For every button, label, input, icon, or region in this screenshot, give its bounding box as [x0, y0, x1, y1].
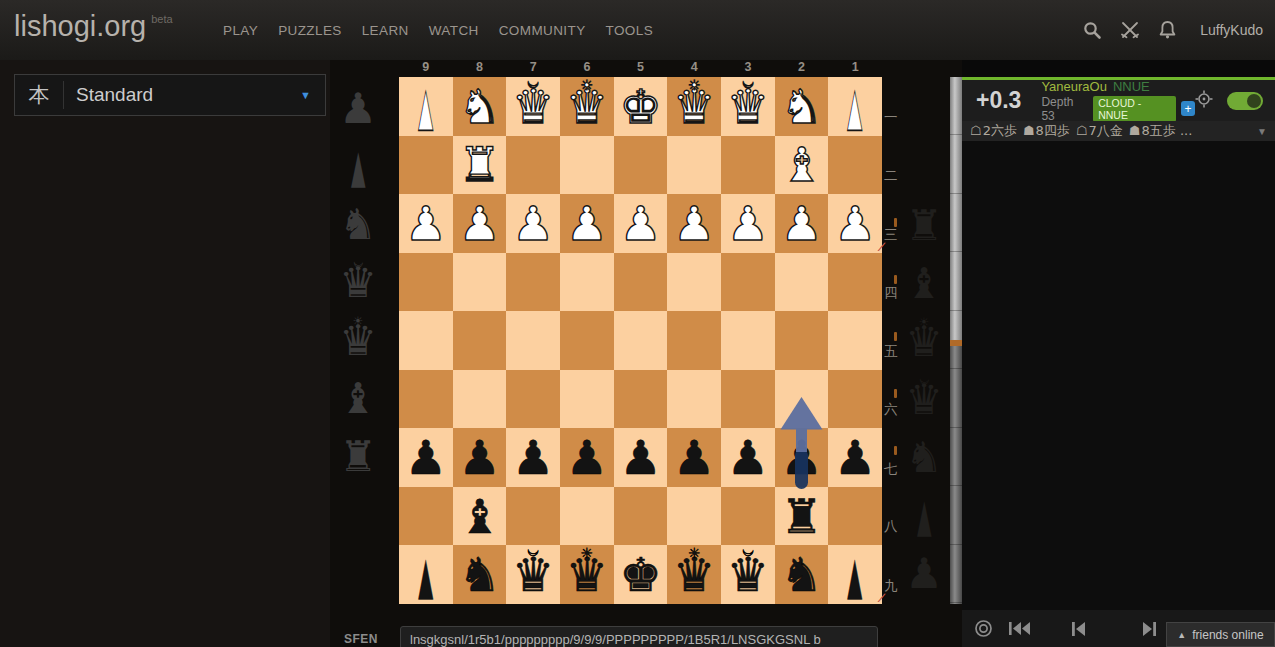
- square-5五[interactable]: [614, 311, 668, 370]
- rank-label: 六: [884, 370, 900, 429]
- square-1二[interactable]: [828, 136, 882, 195]
- square-5七[interactable]: ♟: [614, 428, 668, 487]
- piece-silver[interactable]: ♛☽: [721, 77, 775, 136]
- square-1三[interactable]: ♟∕∕: [828, 194, 882, 253]
- piece-king[interactable]: ♚: [614, 545, 668, 604]
- hand-slot-bishop[interactable]: ♝: [897, 255, 951, 313]
- square-8九[interactable]: ♞: [453, 545, 507, 604]
- hand-piece-mark: ☽: [917, 374, 932, 386]
- square-4七[interactable]: ♟: [667, 428, 721, 487]
- square-2一[interactable]: ♞: [775, 77, 829, 136]
- add-engine-button[interactable]: +: [1181, 101, 1195, 116]
- eval-gauge-ticks: [950, 77, 962, 604]
- sfen-label: SFEN: [344, 632, 378, 646]
- gold-sun-mark: ☀: [581, 546, 594, 560]
- friends-online-label: friends online: [1192, 628, 1263, 642]
- main-nav: PLAYPUZZLESLEARNWATCHCOMMUNITYTOOLS: [223, 0, 653, 60]
- piece-pawn[interactable]: ♟: [775, 428, 829, 487]
- square-2六[interactable]: [775, 370, 829, 429]
- hand-slot-gold[interactable]: ♛☀: [897, 313, 951, 371]
- piece-pawn[interactable]: ♟: [453, 428, 507, 487]
- file-label: 8: [453, 60, 507, 77]
- square-6四[interactable]: [560, 253, 614, 312]
- file-label: 7: [506, 60, 560, 77]
- engine-name: YaneuraOu: [1041, 79, 1107, 94]
- square-4八[interactable]: [667, 487, 721, 546]
- piece-gold[interactable]: ♛☀: [667, 77, 721, 136]
- square-1九[interactable]: ▲∕∕: [828, 545, 882, 604]
- hand-piece-mark: ☽: [351, 257, 366, 269]
- chevron-down-icon: ▼: [300, 89, 311, 101]
- square-2九[interactable]: ♞: [775, 545, 829, 604]
- piece-gold[interactable]: ♛☀: [560, 77, 614, 136]
- square-5八[interactable]: [614, 487, 668, 546]
- gold-sun-mark: ☀: [688, 546, 701, 560]
- nav-right: LuffyKudo: [1082, 0, 1263, 60]
- square-5二[interactable]: [614, 136, 668, 195]
- hand-slot-gold[interactable]: ♛☀: [331, 312, 385, 370]
- hand-slot-knight[interactable]: ♞: [897, 429, 951, 487]
- piece-pawn[interactable]: ♟: [828, 194, 882, 253]
- square-6七[interactable]: ♟: [560, 428, 614, 487]
- nav-link-tools[interactable]: TOOLS: [606, 23, 654, 38]
- square-3一[interactable]: ♛☽: [721, 77, 775, 136]
- piece-pawn[interactable]: ♟: [721, 194, 775, 253]
- engine-header: +0.3 YaneuraOuNNUE Depth 53 CLOUD - NNUE…: [962, 77, 1275, 121]
- focus-icon[interactable]: [1195, 90, 1213, 112]
- square-4二[interactable]: [667, 136, 721, 195]
- square-6三[interactable]: ♟: [560, 194, 614, 253]
- square-5三[interactable]: ♟: [614, 194, 668, 253]
- square-2四[interactable]: [775, 253, 829, 312]
- square-6五[interactable]: [560, 311, 614, 370]
- site-logo[interactable]: lishogi.orgbeta: [14, 10, 173, 43]
- nav-link-community[interactable]: COMMUNITY: [499, 23, 586, 38]
- square-6二[interactable]: [560, 136, 614, 195]
- silver-moon-mark: ☽: [526, 545, 541, 559]
- square-1五[interactable]: [828, 311, 882, 370]
- beta-tag: beta: [151, 13, 172, 25]
- page: lishogi.orgbeta PLAYPUZZLESLEARNWATCHCOM…: [0, 0, 1275, 647]
- piece-pawn[interactable]: ♟: [560, 194, 614, 253]
- sfen-input[interactable]: [400, 626, 878, 647]
- divider: [63, 81, 64, 109]
- engine-info: YaneuraOuNNUE Depth 53 CLOUD - NNUE +: [1041, 79, 1195, 123]
- square-9九[interactable]: ▲: [399, 545, 453, 604]
- shogi-board: ▲♞♛☽♛☀♚♛☀♛☽♞▲♜♝♟♟♟♟♟♟♟♟♟∕∕♟♟♟♟♟♟♟♟♟♝♜▲♞♛…: [399, 77, 882, 604]
- square-1八[interactable]: [828, 487, 882, 546]
- square-5四[interactable]: [614, 253, 668, 312]
- eval-gauge: [950, 77, 962, 604]
- silver-moon-mark: ☽: [740, 545, 755, 559]
- square-6六[interactable]: [560, 370, 614, 429]
- nav-link-puzzles[interactable]: PUZZLES: [278, 23, 342, 38]
- engine-tech: NNUE: [1113, 79, 1150, 94]
- crossed-swords-icon[interactable]: [1119, 19, 1141, 41]
- gold-sun-mark: ☀: [688, 78, 701, 92]
- square-3七[interactable]: ♟: [721, 428, 775, 487]
- gote-hand-tray: ♟▲♞♛☽♛☀♝♜: [331, 80, 385, 486]
- square-9五[interactable]: [399, 311, 453, 370]
- file-label: 2: [775, 60, 829, 77]
- piece-gold[interactable]: ♛☀: [560, 545, 614, 604]
- square-5六[interactable]: [614, 370, 668, 429]
- square-4六[interactable]: [667, 370, 721, 429]
- hand-slot-lance[interactable]: ▲: [897, 487, 951, 545]
- square-5一[interactable]: ♚: [614, 77, 668, 136]
- square-8三[interactable]: ♟: [453, 194, 507, 253]
- hand-slot-knight[interactable]: ♞: [331, 196, 385, 254]
- square-7七[interactable]: ♟: [506, 428, 560, 487]
- variant-kanji-icon: 本: [15, 81, 63, 109]
- square-2二[interactable]: ♝: [775, 136, 829, 195]
- square-6一[interactable]: ♛☀: [560, 77, 614, 136]
- engine-toggle[interactable]: [1227, 92, 1263, 110]
- square-9四[interactable]: [399, 253, 453, 312]
- rank-label: 一: [884, 77, 900, 136]
- rank-label: 三: [884, 194, 900, 253]
- square-8八[interactable]: ♝: [453, 487, 507, 546]
- square-7三[interactable]: ♟: [506, 194, 560, 253]
- square-9一[interactable]: ▲: [399, 77, 453, 136]
- previous-move-button[interactable]: [1066, 610, 1092, 647]
- piece-rook[interactable]: ♜: [453, 136, 507, 195]
- pv-line[interactable]: ☖2六歩☗8四歩☖7八金☗8五歩 ... ▼: [962, 121, 1275, 141]
- square-8五[interactable]: [453, 311, 507, 370]
- square-7四[interactable]: [506, 253, 560, 312]
- square-3六[interactable]: [721, 370, 775, 429]
- piece-pawn[interactable]: ♟: [614, 428, 668, 487]
- piece-silver[interactable]: ♛☽: [721, 545, 775, 604]
- hand-slot-bishop[interactable]: ♝: [331, 370, 385, 428]
- square-2三[interactable]: ♟: [775, 194, 829, 253]
- piece-bishop[interactable]: ♝: [775, 136, 829, 195]
- square-4四[interactable]: [667, 253, 721, 312]
- rank-label: 五: [884, 311, 900, 370]
- file-label: 6: [560, 60, 614, 77]
- search-icon[interactable]: [1082, 20, 1102, 40]
- rank-label: 九: [884, 545, 900, 604]
- piece-pawn[interactable]: ♟: [453, 194, 507, 253]
- square-9三[interactable]: ♟: [399, 194, 453, 253]
- pv-moves: ☖2六歩☗8四歩☖7八金☗8五歩 ...: [970, 122, 1192, 140]
- square-8四[interactable]: [453, 253, 507, 312]
- cloud-badge: CLOUD - NNUE: [1093, 96, 1176, 122]
- square-3二[interactable]: [721, 136, 775, 195]
- hand-slot-pawn[interactable]: ♟: [331, 80, 385, 138]
- square-2五[interactable]: [775, 311, 829, 370]
- piece-rook[interactable]: ♜: [775, 487, 829, 546]
- file-label: 4: [667, 60, 721, 77]
- file-label: 3: [721, 60, 775, 77]
- piece-pawn[interactable]: ♟: [667, 428, 721, 487]
- piece-pawn[interactable]: ♟: [399, 194, 453, 253]
- nav-link-play[interactable]: PLAY: [223, 23, 258, 38]
- piece-king[interactable]: ♚: [614, 77, 668, 136]
- piece-pawn[interactable]: ♟: [721, 428, 775, 487]
- silver-moon-mark: ☽: [526, 76, 541, 90]
- piece-pawn[interactable]: ♟: [506, 428, 560, 487]
- hand-slot-silver[interactable]: ♛☽: [331, 254, 385, 312]
- next-move-button[interactable]: [1136, 610, 1162, 647]
- pv-expand-icon[interactable]: ▼: [1257, 126, 1267, 137]
- file-labels: 987654321: [399, 60, 882, 77]
- rank-label: 四: [884, 253, 900, 312]
- variant-select[interactable]: 本 Standard ▼: [14, 74, 326, 116]
- square-1六[interactable]: [828, 370, 882, 429]
- square-6九[interactable]: ♛☀: [560, 545, 614, 604]
- square-9八[interactable]: [399, 487, 453, 546]
- piece-pawn[interactable]: ♟: [560, 428, 614, 487]
- rank-labels: 一二三四五六七八九: [884, 77, 900, 604]
- square-4三[interactable]: ♟: [667, 194, 721, 253]
- toggle-knob: [1247, 94, 1261, 108]
- rank-label: 八: [884, 487, 900, 546]
- piece-pawn[interactable]: ♟: [775, 194, 829, 253]
- square-9二[interactable]: [399, 136, 453, 195]
- piece-lance[interactable]: ▲: [399, 77, 453, 136]
- square-7六[interactable]: [506, 370, 560, 429]
- rank-label: 二: [884, 136, 900, 195]
- friends-online-tab[interactable]: ▲ friends online: [1166, 622, 1275, 647]
- square-8一[interactable]: ♞: [453, 77, 507, 136]
- user-menu[interactable]: LuffyKudo: [1200, 22, 1263, 38]
- hand-piece-mark: ☀: [353, 314, 364, 328]
- hand-piece-mark: ☀: [919, 315, 930, 329]
- hand-slot-lance[interactable]: ▲: [331, 138, 385, 196]
- piece-pawn[interactable]: ♟: [667, 194, 721, 253]
- piece-pawn[interactable]: ♟: [506, 194, 560, 253]
- square-8二[interactable]: ♜: [453, 136, 507, 195]
- cycle-button[interactable]: [970, 610, 996, 647]
- analysis-panel: +0.3 YaneuraOuNNUE Depth 53 CLOUD - NNUE…: [962, 60, 1275, 647]
- file-label: 5: [614, 60, 668, 77]
- square-7五[interactable]: [506, 311, 560, 370]
- square-9六[interactable]: [399, 370, 453, 429]
- top-navbar: lishogi.orgbeta PLAYPUZZLESLEARNWATCHCOM…: [0, 0, 1275, 60]
- square-1七[interactable]: ♟: [828, 428, 882, 487]
- nav-link-learn[interactable]: LEARN: [362, 23, 409, 38]
- file-label: 1: [828, 60, 882, 77]
- square-1一[interactable]: ▲: [828, 77, 882, 136]
- square-8六[interactable]: [453, 370, 507, 429]
- hand-slot-pawn[interactable]: ♟: [897, 545, 951, 603]
- piece-pawn[interactable]: ♟: [399, 428, 453, 487]
- square-7一[interactable]: ♛☽: [506, 77, 560, 136]
- move-list[interactable]: [962, 141, 1275, 610]
- square-7八[interactable]: [506, 487, 560, 546]
- engine-depth: Depth 53: [1041, 95, 1088, 123]
- square-9七[interactable]: ♟: [399, 428, 453, 487]
- piece-knight[interactable]: ♞: [775, 545, 829, 604]
- square-4五[interactable]: [667, 311, 721, 370]
- square-7九[interactable]: ♛☽: [506, 545, 560, 604]
- square-1四[interactable]: [828, 253, 882, 312]
- square-8七[interactable]: ♟: [453, 428, 507, 487]
- square-3五[interactable]: [721, 311, 775, 370]
- piece-lance[interactable]: ▲: [828, 77, 882, 136]
- piece-lance[interactable]: ▲: [828, 545, 882, 604]
- square-3八[interactable]: [721, 487, 775, 546]
- square-7二[interactable]: [506, 136, 560, 195]
- piece-silver[interactable]: ♛☽: [506, 77, 560, 136]
- piece-pawn[interactable]: ♟: [614, 194, 668, 253]
- gold-sun-mark: ☀: [581, 78, 594, 92]
- file-label: 9: [399, 60, 453, 77]
- piece-knight[interactable]: ♞: [453, 545, 507, 604]
- piece-lance[interactable]: ▲: [399, 545, 453, 604]
- square-3四[interactable]: [721, 253, 775, 312]
- square-6八[interactable]: [560, 487, 614, 546]
- rank-label: 七: [884, 428, 900, 487]
- nav-link-watch[interactable]: WATCH: [429, 23, 479, 38]
- square-4一[interactable]: ♛☀: [667, 77, 721, 136]
- square-2八[interactable]: ♜: [775, 487, 829, 546]
- sente-hand-tray: ♜♝♛☀♛☽♞▲♟: [897, 197, 951, 603]
- engine-eval: +0.3: [976, 87, 1021, 114]
- hand-slot-rook[interactable]: ♜: [897, 197, 951, 255]
- square-2七[interactable]: ♟: [775, 428, 829, 487]
- hand-slot-silver[interactable]: ♛☽: [897, 371, 951, 429]
- piece-silver[interactable]: ♛☽: [506, 545, 560, 604]
- up-arrow-icon: ▲: [1177, 630, 1186, 640]
- piece-knight[interactable]: ♞: [775, 77, 829, 136]
- silver-moon-mark: ☽: [740, 76, 755, 90]
- bell-icon[interactable]: [1158, 20, 1177, 40]
- first-move-button[interactable]: [1006, 610, 1034, 647]
- hand-slot-rook[interactable]: ♜: [331, 428, 385, 486]
- square-4九[interactable]: ♛☀: [667, 545, 721, 604]
- piece-pawn[interactable]: ♟: [828, 428, 882, 487]
- square-5九[interactable]: ♚: [614, 545, 668, 604]
- square-3九[interactable]: ♛☽: [721, 545, 775, 604]
- square-3三[interactable]: ♟: [721, 194, 775, 253]
- variant-value: Standard: [76, 84, 153, 106]
- piece-bishop[interactable]: ♝: [453, 487, 507, 546]
- piece-gold[interactable]: ♛☀: [667, 545, 721, 604]
- piece-knight[interactable]: ♞: [453, 77, 507, 136]
